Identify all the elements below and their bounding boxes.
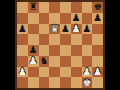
chess-board: ♜♚♟♟♟♛♟♟♟♟♟♞♟♟♟♚ bbox=[15, 0, 105, 90]
square-h1[interactable] bbox=[92, 77, 103, 88]
square-a3[interactable] bbox=[17, 56, 28, 67]
black-king-h8: ♚ bbox=[93, 2, 102, 12]
square-f4[interactable] bbox=[71, 45, 82, 56]
square-c7[interactable] bbox=[39, 13, 50, 24]
square-g2[interactable]: ♟ bbox=[82, 67, 93, 78]
chess-diagram: ♜♚♟♟♟♛♟♟♟♟♟♞♟♟♟♚ bbox=[0, 0, 120, 90]
square-d1[interactable] bbox=[49, 77, 60, 88]
black-pawn-h7: ♟ bbox=[93, 13, 102, 23]
square-h3[interactable] bbox=[92, 56, 103, 67]
square-h8[interactable]: ♚ bbox=[92, 2, 103, 13]
white-pawn-f6: ♟ bbox=[72, 23, 81, 33]
square-e5[interactable] bbox=[60, 34, 71, 45]
square-e3[interactable] bbox=[60, 56, 71, 67]
square-c4[interactable] bbox=[39, 45, 50, 56]
black-pawn-b4: ♟ bbox=[29, 45, 38, 55]
square-e2[interactable] bbox=[60, 67, 71, 78]
square-a8[interactable] bbox=[17, 2, 28, 13]
square-h5[interactable] bbox=[92, 34, 103, 45]
square-b6[interactable] bbox=[28, 24, 39, 35]
square-d8[interactable] bbox=[49, 2, 60, 13]
white-pawn-a2: ♟ bbox=[18, 66, 27, 76]
square-d5[interactable] bbox=[49, 34, 60, 45]
black-rook-b8: ♜ bbox=[29, 2, 38, 12]
black-pawn-e6: ♟ bbox=[61, 23, 70, 33]
square-g6[interactable]: ♟ bbox=[82, 24, 93, 35]
square-d3[interactable] bbox=[49, 56, 60, 67]
square-a7[interactable] bbox=[17, 13, 28, 24]
square-d2[interactable] bbox=[49, 67, 60, 78]
square-e1[interactable] bbox=[60, 77, 71, 88]
square-b1[interactable] bbox=[28, 77, 39, 88]
square-h7[interactable]: ♟ bbox=[92, 13, 103, 24]
square-g4[interactable] bbox=[82, 45, 93, 56]
square-b2[interactable] bbox=[28, 67, 39, 78]
square-c3[interactable]: ♞ bbox=[39, 56, 50, 67]
left-letterbox-bar bbox=[0, 0, 15, 90]
square-a2[interactable]: ♟ bbox=[17, 67, 28, 78]
black-knight-c3: ♞ bbox=[39, 56, 48, 66]
square-f5[interactable] bbox=[71, 34, 82, 45]
square-g5[interactable] bbox=[82, 34, 93, 45]
square-b3[interactable]: ♟ bbox=[28, 56, 39, 67]
white-pawn-g2: ♟ bbox=[82, 66, 91, 76]
black-pawn-a6: ♟ bbox=[18, 23, 27, 33]
square-h6[interactable] bbox=[92, 24, 103, 35]
square-a4[interactable] bbox=[17, 45, 28, 56]
square-h4[interactable] bbox=[92, 45, 103, 56]
square-b7[interactable] bbox=[28, 13, 39, 24]
square-h2[interactable]: ♟ bbox=[92, 67, 103, 78]
white-queen-d6: ♛ bbox=[50, 23, 59, 33]
square-d7[interactable] bbox=[49, 13, 60, 24]
square-f6[interactable]: ♟ bbox=[71, 24, 82, 35]
board-grid: ♜♚♟♟♟♛♟♟♟♟♟♞♟♟♟♚ bbox=[17, 2, 103, 88]
square-f7[interactable]: ♟ bbox=[71, 13, 82, 24]
square-c8[interactable] bbox=[39, 2, 50, 13]
square-c6[interactable] bbox=[39, 24, 50, 35]
white-pawn-h2: ♟ bbox=[93, 66, 102, 76]
black-pawn-f7: ♟ bbox=[72, 13, 81, 23]
square-f3[interactable] bbox=[71, 56, 82, 67]
square-e7[interactable] bbox=[60, 13, 71, 24]
white-pawn-b3: ♟ bbox=[29, 56, 38, 66]
black-pawn-g6: ♟ bbox=[82, 23, 91, 33]
square-c1[interactable] bbox=[39, 77, 50, 88]
square-a6[interactable]: ♟ bbox=[17, 24, 28, 35]
square-c2[interactable] bbox=[39, 67, 50, 78]
square-g3[interactable] bbox=[82, 56, 93, 67]
right-letterbox-bar bbox=[105, 0, 120, 90]
square-g8[interactable] bbox=[82, 2, 93, 13]
square-b5[interactable] bbox=[28, 34, 39, 45]
square-b4[interactable]: ♟ bbox=[28, 45, 39, 56]
square-f1[interactable] bbox=[71, 77, 82, 88]
square-a5[interactable] bbox=[17, 34, 28, 45]
square-e8[interactable] bbox=[60, 2, 71, 13]
square-d4[interactable] bbox=[49, 45, 60, 56]
square-d6[interactable]: ♛ bbox=[49, 24, 60, 35]
square-g1[interactable]: ♚ bbox=[82, 77, 93, 88]
square-g7[interactable] bbox=[82, 13, 93, 24]
square-c5[interactable] bbox=[39, 34, 50, 45]
square-f8[interactable] bbox=[71, 2, 82, 13]
square-a1[interactable] bbox=[17, 77, 28, 88]
square-e4[interactable] bbox=[60, 45, 71, 56]
square-e6[interactable]: ♟ bbox=[60, 24, 71, 35]
square-b8[interactable]: ♜ bbox=[28, 2, 39, 13]
white-king-g1: ♚ bbox=[82, 77, 91, 87]
square-f2[interactable] bbox=[71, 67, 82, 78]
